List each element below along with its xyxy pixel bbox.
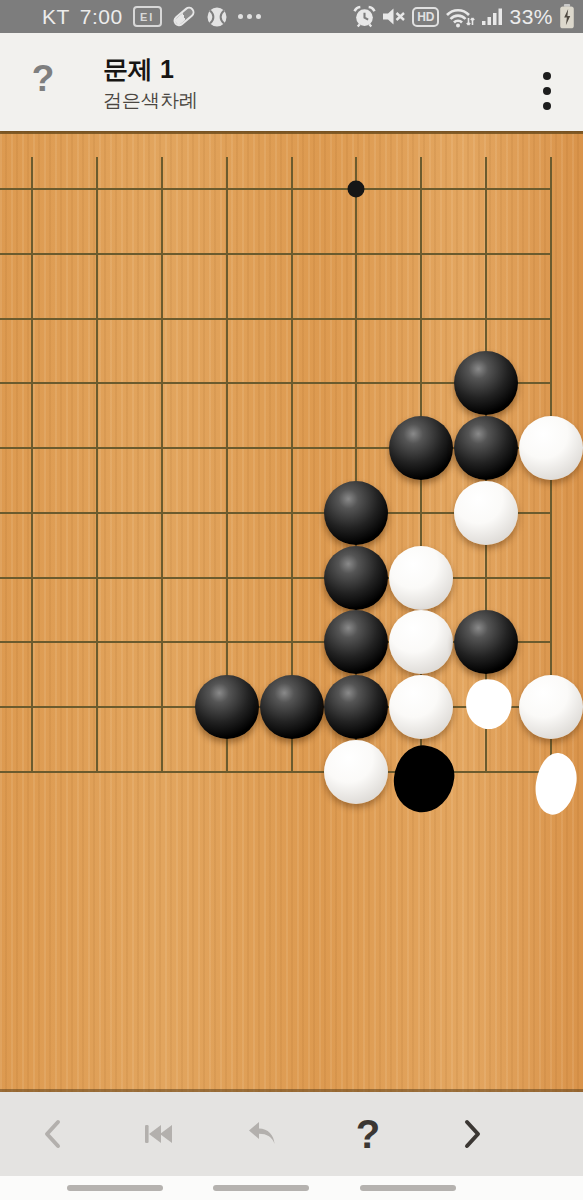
status-bar: KT 7:00 EI HD	[0, 0, 583, 33]
stone-black	[454, 416, 518, 480]
next-button[interactable]	[444, 1106, 500, 1162]
grid-line-vertical	[31, 157, 33, 773]
skip-to-start-icon	[139, 1118, 177, 1150]
grid-line-horizontal	[0, 577, 552, 579]
stone-black	[324, 610, 388, 674]
dictionary-label: EI	[140, 11, 154, 23]
gesture-hint-bar[interactable]	[67, 1185, 163, 1191]
status-left: KT 7:00 EI	[42, 5, 261, 29]
hd-voice-icon: HD	[412, 7, 439, 27]
stone-white	[389, 610, 453, 674]
more-notifications-icon	[238, 14, 261, 19]
toolbar: ?	[0, 1092, 583, 1176]
undo-button[interactable]	[234, 1106, 290, 1162]
stone-white-drawn	[532, 751, 580, 818]
stone-black	[324, 481, 388, 545]
pill-notification-icon	[171, 5, 196, 29]
grid-line-horizontal	[0, 771, 552, 773]
grid-line-vertical	[161, 157, 163, 773]
gesture-hint-bar[interactable]	[213, 1185, 309, 1191]
stone-black	[454, 351, 518, 415]
stone-white	[389, 675, 453, 739]
grid-line-horizontal	[0, 318, 552, 320]
wifi-icon	[445, 6, 475, 28]
stone-white	[519, 416, 583, 480]
grid-line-horizontal	[0, 188, 552, 190]
stone-white-drawn	[463, 676, 516, 732]
alarm-icon	[353, 5, 376, 28]
gesture-bar	[0, 1176, 583, 1200]
stone-black	[454, 610, 518, 674]
page-title: 문제 1	[103, 54, 198, 85]
grid-line-vertical	[96, 157, 98, 773]
carrier-label: KT	[42, 5, 70, 29]
clock: 7:00	[80, 5, 123, 29]
hint-question-icon: ?	[356, 1112, 380, 1156]
mute-icon	[382, 6, 406, 27]
stone-black-drawn	[391, 743, 458, 816]
go-board[interactable]	[0, 131, 583, 1092]
stone-black	[324, 546, 388, 610]
stone-black	[260, 675, 324, 739]
chevron-right-icon	[457, 1117, 487, 1151]
gesture-hint-bar[interactable]	[360, 1185, 456, 1191]
screen: KT 7:00 EI HD	[0, 0, 583, 1200]
star-point	[348, 181, 365, 198]
dictionary-notification-icon: EI	[133, 6, 162, 27]
battery-percent: 33%	[509, 5, 553, 29]
back-button[interactable]	[25, 1106, 81, 1162]
header: ? 문제 1 검은색차례	[0, 33, 583, 131]
chevron-left-icon	[38, 1117, 68, 1151]
stone-white	[519, 675, 583, 739]
stone-white	[454, 481, 518, 545]
battery-charging-icon	[559, 4, 575, 29]
overflow-menu-icon[interactable]	[543, 72, 552, 117]
stone-black	[389, 416, 453, 480]
skip-to-start-button[interactable]	[130, 1106, 186, 1162]
hint-button[interactable]: ?	[340, 1106, 396, 1162]
signal-icon	[481, 7, 503, 26]
stone-black	[324, 675, 388, 739]
status-right: HD 33%	[353, 4, 575, 29]
grid-line-horizontal	[0, 253, 552, 255]
stone-black	[195, 675, 259, 739]
stone-white	[389, 546, 453, 610]
header-titles: 문제 1 검은색차례	[103, 54, 198, 113]
help-icon[interactable]: ?	[28, 57, 58, 101]
turn-indicator: 검은색차례	[103, 88, 198, 113]
undo-icon	[244, 1117, 280, 1151]
stone-white	[324, 740, 388, 804]
ball-notification-icon	[206, 6, 228, 28]
